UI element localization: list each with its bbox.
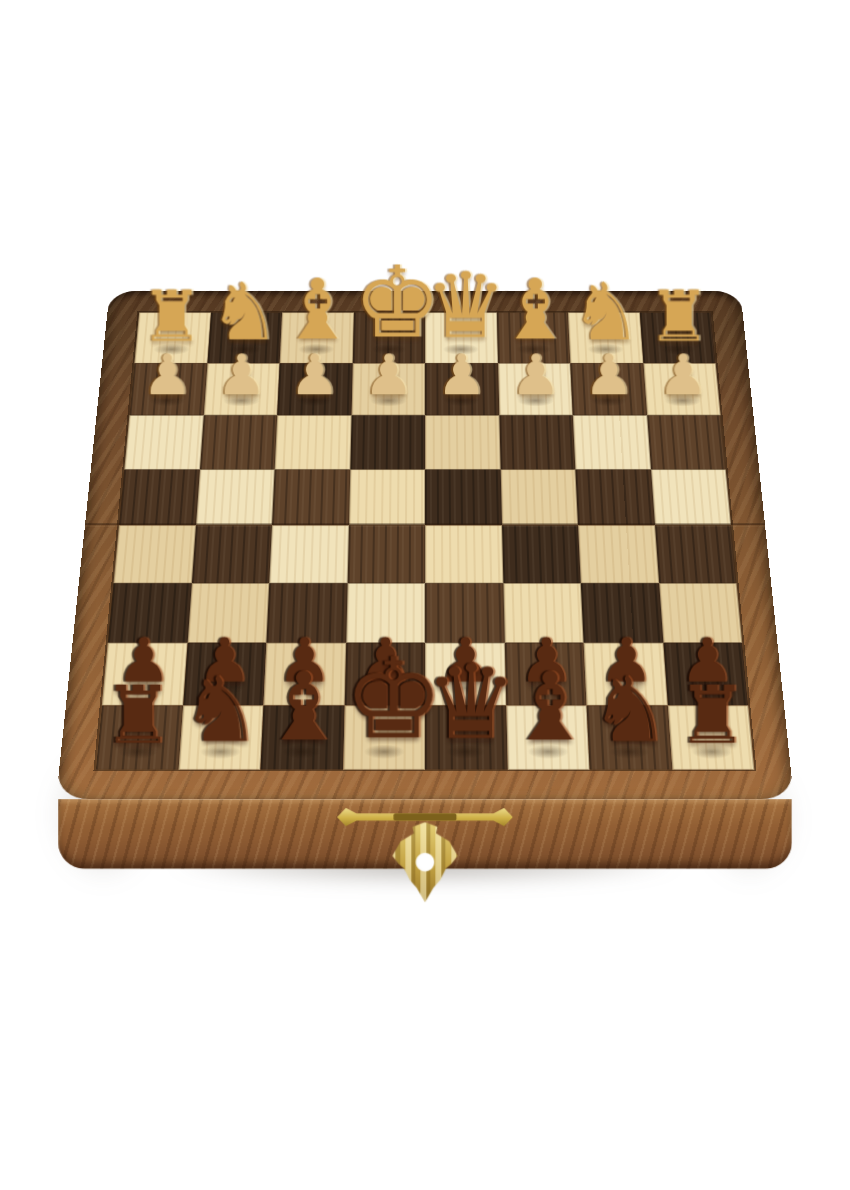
square-h3[interactable] — [124, 415, 203, 469]
piece-white-pawn[interactable]: ♟ — [499, 347, 573, 403]
square-h4[interactable] — [119, 469, 199, 525]
square-h8[interactable]: ♜ — [96, 705, 183, 770]
square-c2[interactable]: ♟ — [498, 363, 573, 415]
square-f3[interactable] — [275, 415, 351, 469]
piece-white-pawn[interactable]: ♟ — [572, 347, 646, 403]
square-f4[interactable] — [272, 469, 350, 525]
square-g4[interactable] — [196, 469, 275, 525]
square-d2[interactable]: ♟ — [425, 363, 499, 415]
square-c3[interactable] — [499, 415, 575, 469]
square-e8[interactable]: ♚ — [343, 705, 425, 770]
piece-white-king[interactable]: ♚ — [353, 253, 425, 351]
piece-black-king[interactable]: ♚ — [343, 643, 425, 754]
square-a2[interactable]: ♟ — [643, 363, 721, 415]
square-c4[interactable] — [500, 469, 578, 525]
square-f2[interactable]: ♟ — [277, 363, 352, 415]
square-g5[interactable] — [191, 525, 272, 583]
square-f5[interactable] — [269, 525, 348, 583]
box-lid-wood-frame: ♜♞♝♚♛♝♞♜♟♟♟♟♟♟♟♟♟♟♟♟♟♟♟♟♜♞♝♚♛♝♞♜ — [56, 291, 794, 799]
piece-white-pawn[interactable]: ♟ — [351, 347, 425, 403]
square-b4[interactable] — [575, 469, 654, 525]
square-b2[interactable]: ♟ — [570, 363, 646, 415]
square-a4[interactable] — [651, 469, 731, 525]
square-d8[interactable]: ♛ — [425, 705, 507, 770]
piece-black-bishop[interactable]: ♝ — [507, 660, 589, 754]
square-e5[interactable] — [347, 525, 425, 583]
square-e4[interactable] — [349, 469, 426, 525]
square-g3[interactable] — [199, 415, 277, 469]
piece-white-knight[interactable]: ♞ — [570, 272, 642, 351]
square-e2[interactable]: ♟ — [351, 363, 425, 415]
square-d5[interactable] — [425, 525, 503, 583]
square-a5[interactable] — [655, 525, 737, 583]
piece-black-knight[interactable]: ♞ — [589, 664, 671, 754]
photo-scene: ♜♞♝♚♛♝♞♜♟♟♟♟♟♟♟♟♟♟♟♟♟♟♟♟♜♞♝♚♛♝♞♜ — [0, 0, 850, 1190]
square-b8[interactable]: ♞ — [587, 705, 672, 770]
square-h5[interactable] — [114, 525, 196, 583]
square-c5[interactable] — [502, 525, 581, 583]
piece-white-queen[interactable]: ♛ — [425, 260, 497, 351]
square-h2[interactable]: ♟ — [129, 363, 207, 415]
piece-white-rook[interactable]: ♜ — [642, 281, 714, 351]
chess-board: ♜♞♝♚♛♝♞♜♟♟♟♟♟♟♟♟♟♟♟♟♟♟♟♟♜♞♝♚♛♝♞♜ — [93, 311, 756, 771]
square-e3[interactable] — [350, 415, 425, 469]
square-b5[interactable] — [578, 525, 659, 583]
square-a3[interactable] — [647, 415, 726, 469]
box-front-face — [58, 799, 792, 868]
chess-box: ♜♞♝♚♛♝♞♜♟♟♟♟♟♟♟♟♟♟♟♟♟♟♟♟♜♞♝♚♛♝♞♜ — [56, 291, 794, 799]
piece-white-rook[interactable]: ♜ — [136, 281, 208, 351]
piece-black-rook[interactable]: ♜ — [671, 675, 753, 754]
piece-white-pawn[interactable]: ♟ — [646, 347, 720, 403]
piece-white-pawn[interactable]: ♟ — [204, 347, 278, 403]
piece-white-pawn[interactable]: ♟ — [131, 347, 205, 403]
square-c8[interactable]: ♝ — [506, 705, 590, 770]
piece-black-queen[interactable]: ♛ — [425, 651, 507, 754]
piece-black-knight[interactable]: ♞ — [179, 664, 261, 754]
square-a8[interactable]: ♜ — [667, 705, 754, 770]
piece-white-pawn[interactable]: ♟ — [278, 347, 352, 403]
piece-white-bishop[interactable]: ♝ — [280, 268, 352, 351]
brass-latch-clasp-icon[interactable] — [390, 822, 459, 902]
square-f8[interactable]: ♝ — [260, 705, 344, 770]
piece-black-bishop[interactable]: ♝ — [261, 660, 343, 754]
piece-white-bishop[interactable]: ♝ — [497, 268, 569, 351]
square-b3[interactable] — [573, 415, 651, 469]
piece-white-knight[interactable]: ♞ — [208, 272, 280, 351]
piece-white-pawn[interactable]: ♟ — [425, 347, 499, 403]
square-d3[interactable] — [425, 415, 500, 469]
square-d4[interactable] — [425, 469, 502, 525]
square-g2[interactable]: ♟ — [203, 363, 279, 415]
piece-black-rook[interactable]: ♜ — [97, 675, 179, 754]
square-g8[interactable]: ♞ — [178, 705, 263, 770]
